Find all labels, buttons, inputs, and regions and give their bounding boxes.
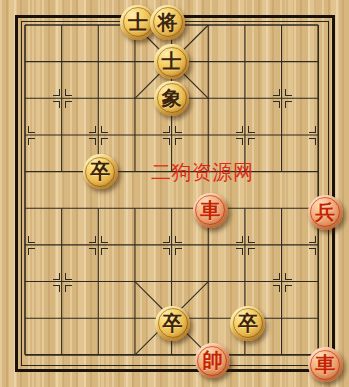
position-marker bbox=[175, 126, 182, 133]
position-marker bbox=[101, 248, 108, 255]
position-marker bbox=[248, 126, 255, 133]
position-marker bbox=[175, 138, 182, 145]
position-marker bbox=[28, 138, 35, 145]
position-marker bbox=[309, 126, 316, 133]
position-marker bbox=[163, 236, 170, 243]
position-marker bbox=[163, 248, 170, 255]
position-marker bbox=[65, 101, 72, 108]
position-marker bbox=[53, 89, 60, 96]
position-marker bbox=[89, 236, 96, 243]
piece-black-general[interactable]: 将 bbox=[150, 5, 185, 40]
position-marker bbox=[53, 101, 60, 108]
piece-red-general[interactable]: 帥 bbox=[195, 343, 230, 378]
piece-black-soldier[interactable]: 卒 bbox=[155, 306, 190, 341]
position-marker bbox=[28, 236, 35, 243]
position-marker bbox=[175, 248, 182, 255]
position-marker bbox=[65, 285, 72, 292]
position-marker bbox=[309, 236, 316, 243]
position-marker bbox=[285, 101, 292, 108]
position-marker bbox=[236, 126, 243, 133]
piece-black-soldier[interactable]: 卒 bbox=[83, 154, 118, 189]
position-marker bbox=[248, 138, 255, 145]
position-marker bbox=[273, 89, 280, 96]
position-marker bbox=[236, 248, 243, 255]
position-marker bbox=[163, 126, 170, 133]
position-marker bbox=[53, 285, 60, 292]
position-marker bbox=[101, 138, 108, 145]
position-marker bbox=[285, 89, 292, 96]
position-marker bbox=[273, 273, 280, 280]
position-marker bbox=[175, 236, 182, 243]
position-marker bbox=[101, 236, 108, 243]
position-marker bbox=[163, 138, 170, 145]
position-marker bbox=[89, 248, 96, 255]
piece-black-soldier[interactable]: 卒 bbox=[230, 306, 265, 341]
piece-red-soldier[interactable]: 兵 bbox=[308, 195, 343, 230]
position-marker bbox=[53, 273, 60, 280]
position-marker bbox=[248, 236, 255, 243]
piece-black-elephant[interactable]: 象 bbox=[154, 81, 189, 116]
position-marker bbox=[273, 285, 280, 292]
position-marker bbox=[28, 248, 35, 255]
position-marker bbox=[309, 248, 316, 255]
position-marker bbox=[65, 89, 72, 96]
position-marker bbox=[248, 248, 255, 255]
position-marker bbox=[309, 138, 316, 145]
piece-red-chariot[interactable]: 車 bbox=[193, 193, 228, 228]
position-marker bbox=[285, 273, 292, 280]
position-marker bbox=[89, 126, 96, 133]
position-marker bbox=[273, 101, 280, 108]
position-marker bbox=[89, 138, 96, 145]
position-marker bbox=[65, 273, 72, 280]
position-marker bbox=[101, 126, 108, 133]
position-marker bbox=[28, 126, 35, 133]
piece-red-chariot[interactable]: 車 bbox=[308, 347, 343, 382]
position-marker bbox=[236, 138, 243, 145]
position-marker bbox=[236, 236, 243, 243]
xiangqi-app-screen: 士将士象卒車兵卒卒帥車 二狗资源网 bbox=[0, 0, 349, 387]
piece-black-advisor[interactable]: 士 bbox=[154, 44, 189, 79]
position-marker bbox=[285, 285, 292, 292]
